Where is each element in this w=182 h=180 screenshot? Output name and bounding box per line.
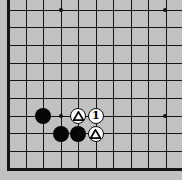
star-point: [163, 114, 167, 118]
go-board-diagram: 1: [0, 0, 182, 180]
move-number-label: 1: [92, 110, 100, 121]
triangle-mark: [73, 111, 84, 121]
star-point: [163, 8, 167, 12]
white-stone[interactable]: [88, 126, 104, 142]
black-stone[interactable]: [35, 108, 51, 124]
triangle-mark: [90, 129, 101, 139]
star-point: [59, 114, 63, 118]
white-stone[interactable]: 1: [88, 108, 104, 124]
black-stone[interactable]: [70, 126, 86, 142]
board-grid[interactable]: 1: [0, 1, 174, 178]
white-stone[interactable]: [70, 108, 86, 124]
black-stone[interactable]: [53, 126, 69, 142]
star-point: [59, 8, 63, 12]
